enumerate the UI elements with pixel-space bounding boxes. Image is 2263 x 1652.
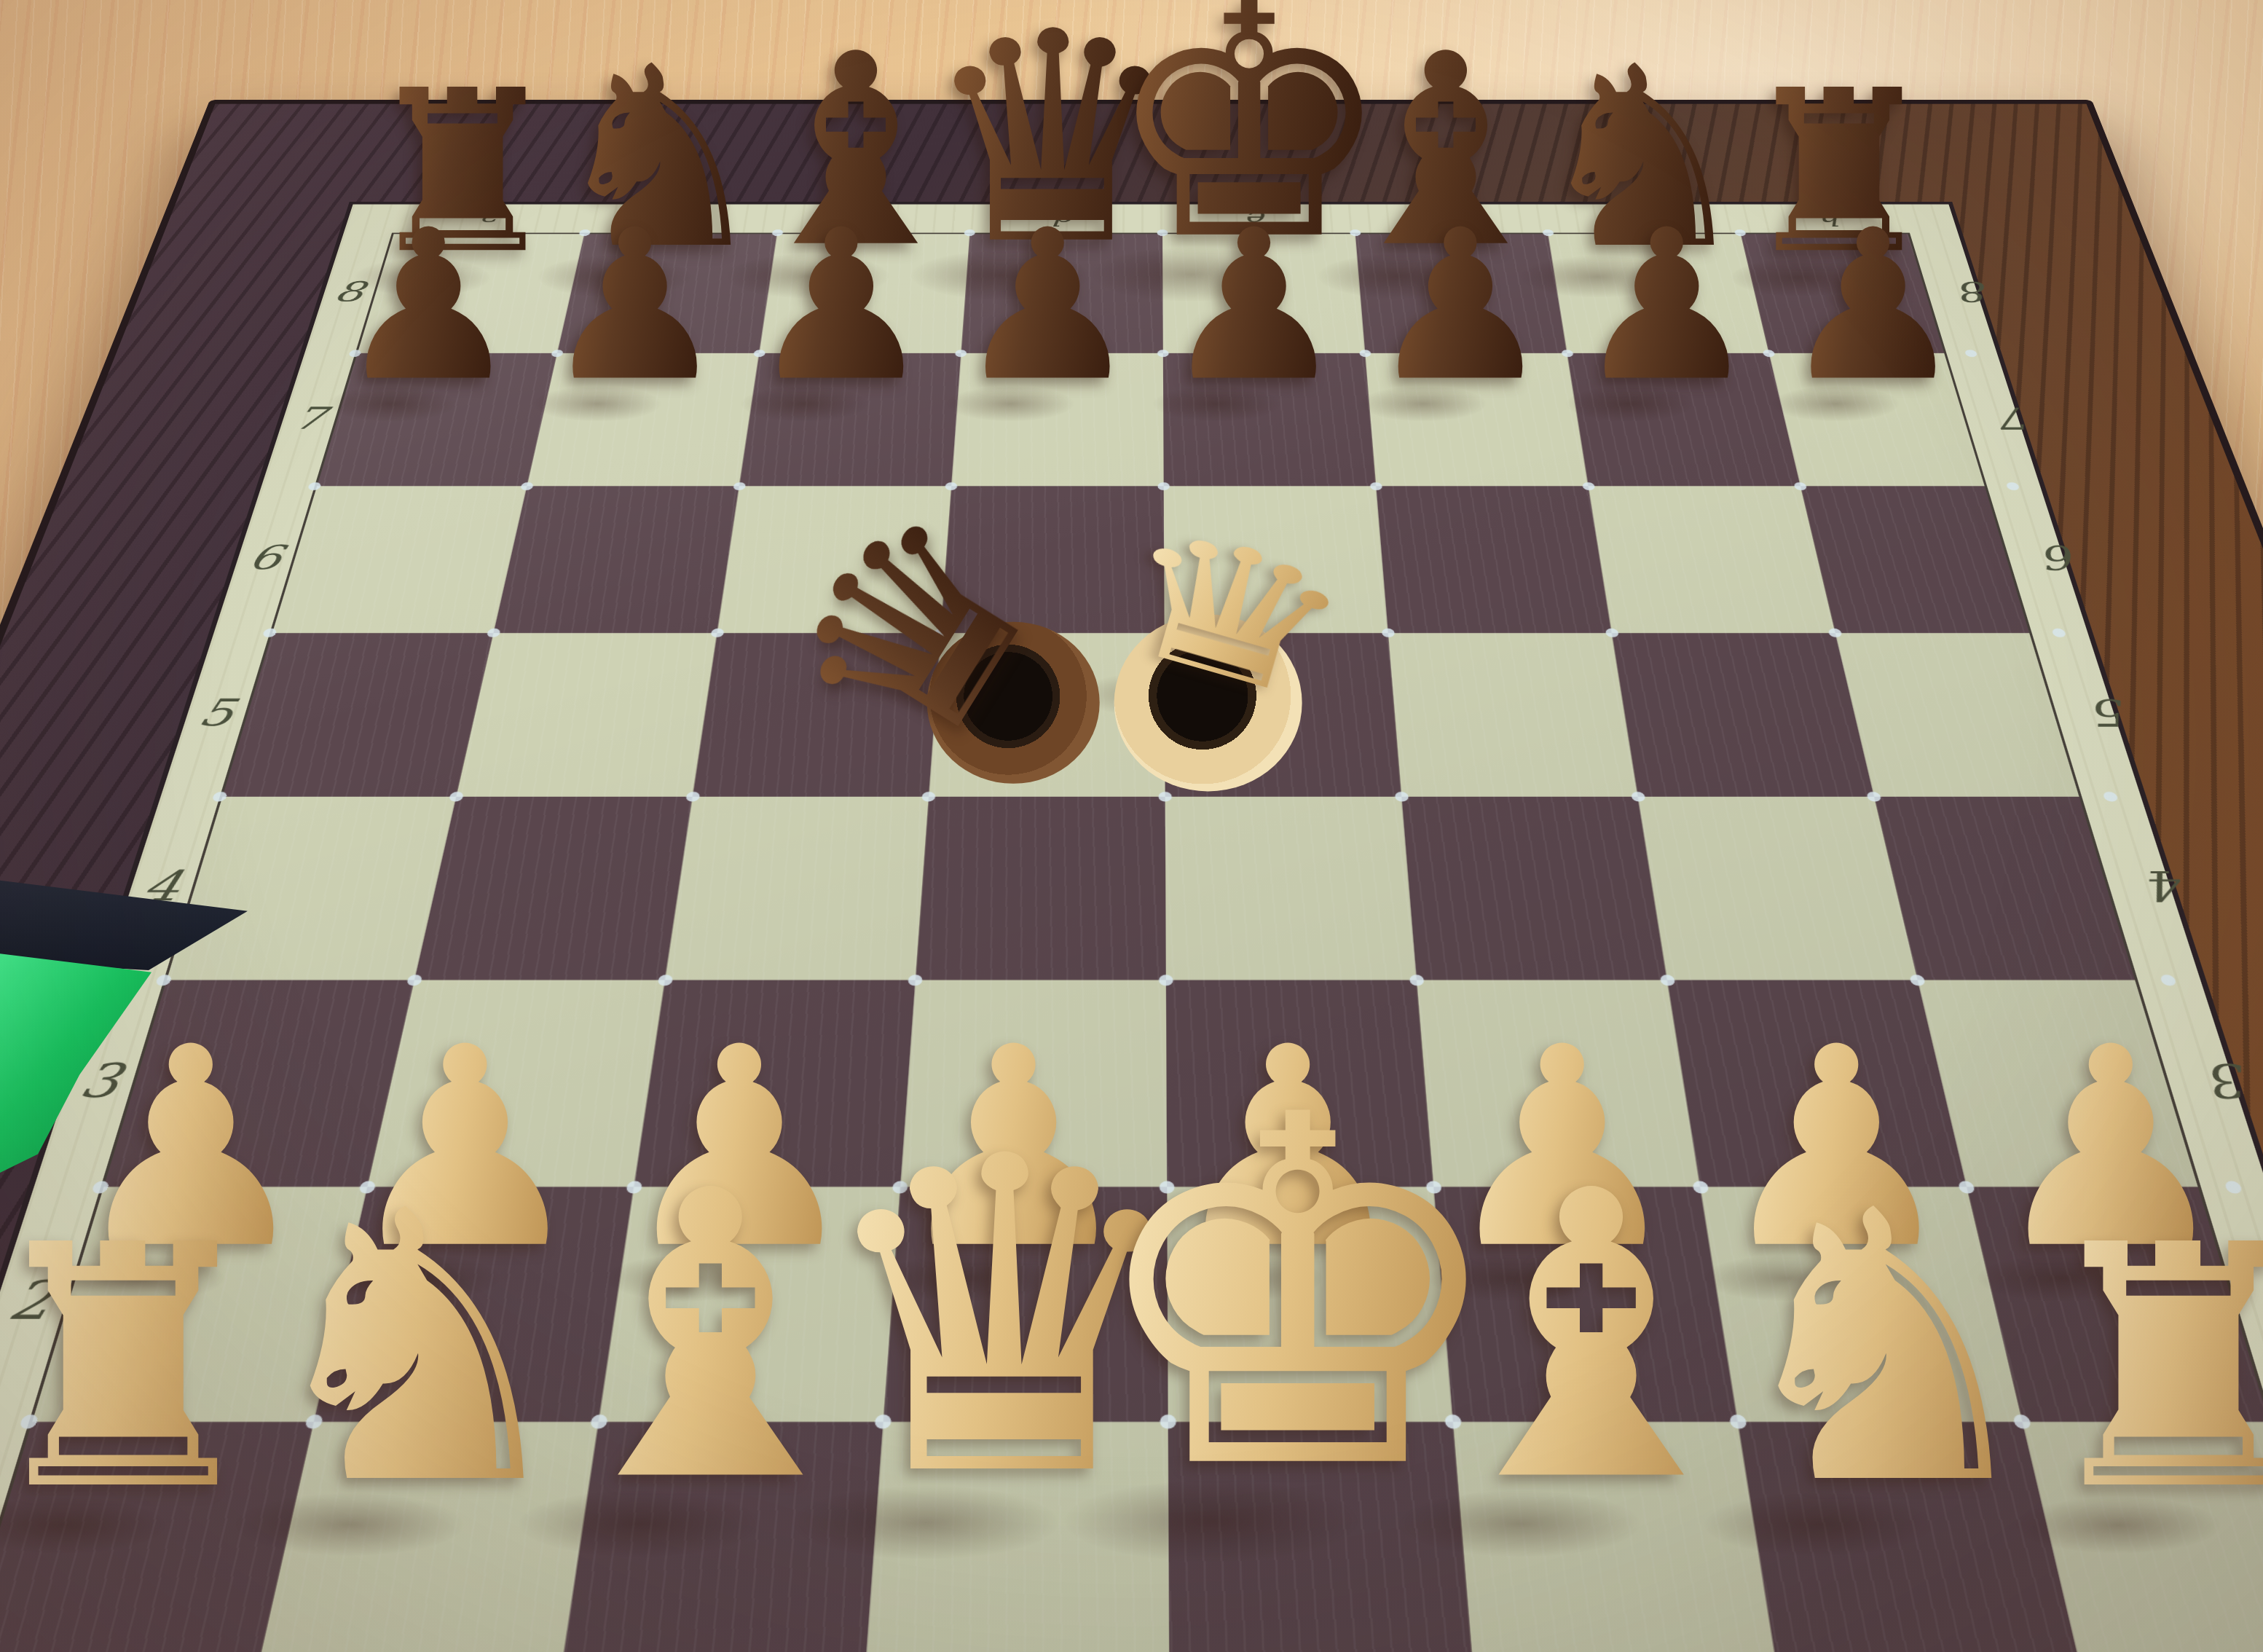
corner-dot	[486, 629, 500, 637]
rank-label-left: 5	[193, 691, 240, 735]
piece-black-pawn-b7: ♟	[542, 202, 728, 410]
piece-black-pawn-f7: ♟	[1367, 202, 1553, 410]
corner-dot	[1630, 792, 1645, 802]
rank-label-left: 6	[243, 538, 287, 578]
corner-dot	[1369, 482, 1382, 490]
corner-dot	[2160, 975, 2177, 986]
piece-black-pawn-d7: ♟	[955, 202, 1141, 410]
photo-scene: 8765432187654321abcdefghabcdefgh ♜♞♝♛♚♝♞…	[0, 0, 2263, 1652]
corner-dot	[1159, 975, 1173, 986]
corner-dot	[1866, 792, 1882, 802]
corner-dot	[2051, 629, 2066, 637]
corner-dot	[908, 975, 924, 986]
corner-dot	[307, 482, 322, 490]
fallen-white-queen: ♛	[1087, 433, 1329, 703]
corner-dot	[733, 482, 746, 490]
corner-dot	[2005, 482, 2020, 490]
piece-white-rook-a1: ♜	[0, 1202, 273, 1536]
corner-dot	[1659, 975, 1675, 986]
piece-white-bishop-f1: ♝	[1414, 1141, 1768, 1536]
piece-black-pawn-c7: ♟	[748, 202, 934, 410]
corner-dot	[1158, 792, 1172, 802]
corner-dot	[1964, 350, 1978, 357]
piece-white-knight-g1: ♞	[1717, 1163, 2052, 1535]
corner-dot	[1828, 629, 1843, 637]
piece-black-pawn-e7: ♟	[1161, 202, 1347, 410]
piece-black-pawn-g7: ♟	[1574, 202, 1760, 410]
corner-dot	[1561, 350, 1573, 357]
corner-dot	[448, 792, 464, 802]
corner-dot	[406, 975, 422, 986]
corner-dot	[1793, 482, 1807, 490]
corner-dot	[211, 792, 228, 802]
corner-dot	[1605, 629, 1618, 637]
corner-dot	[2102, 792, 2119, 802]
piece-black-pawn-a7: ♟	[336, 202, 522, 410]
corner-dot	[921, 792, 935, 802]
corner-dot	[1409, 975, 1424, 986]
corner-dot	[520, 482, 534, 490]
corner-dot	[710, 629, 724, 637]
corner-dot	[1909, 975, 1926, 986]
rank-label-left: 7	[289, 401, 330, 436]
corner-dot	[685, 792, 699, 802]
corner-dot	[1763, 350, 1776, 357]
corner-dot	[155, 975, 173, 986]
rank-label-right: 7	[1996, 401, 2038, 436]
rank-label-right: 6	[2041, 538, 2085, 578]
corner-dot	[262, 629, 278, 637]
piece-white-rook-h1: ♜	[2028, 1202, 2263, 1536]
corner-dot	[1381, 629, 1394, 637]
rank-label-right: 5	[2089, 691, 2136, 735]
piece-black-pawn-h7: ♟	[1780, 202, 1966, 410]
rank-label-right: 4	[2144, 862, 2195, 910]
corner-dot	[1581, 482, 1594, 490]
corner-dot	[1394, 792, 1409, 802]
corner-dot	[657, 975, 673, 986]
